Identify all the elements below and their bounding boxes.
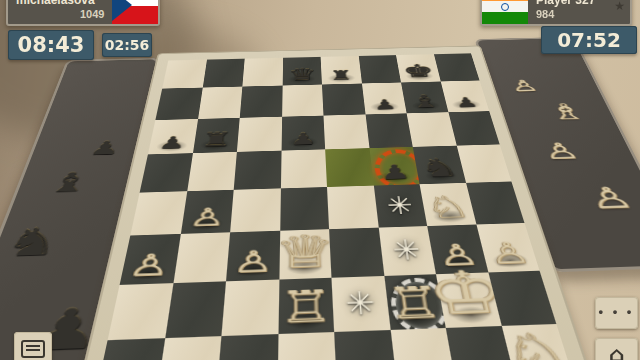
square-c5[interactable]	[234, 150, 281, 189]
game-screen: ♟♝♞♟ ♙♗♙♙ ♛♜♚♟♝♟♟♜♟♟♞♙✳♘♙♙♕✳♙♙♖✳♖♔♘ mich…	[0, 0, 640, 360]
black-pawn-f7[interactable]: ♟	[373, 98, 397, 112]
chat-icon	[21, 340, 45, 358]
black-pawn-h7[interactable]: ♟	[453, 95, 479, 109]
white-pawn-h3[interactable]: ♙	[485, 237, 532, 267]
piece-shadow	[286, 312, 325, 330]
czech-flag-icon	[112, 0, 158, 24]
white-queen-d3[interactable]: ♕	[274, 228, 337, 275]
square-c2[interactable]	[221, 279, 278, 336]
square-e4[interactable]	[327, 186, 378, 230]
square-f4[interactable]: ✳	[373, 184, 427, 228]
square-b5[interactable]	[187, 152, 237, 192]
piece-shadow	[288, 75, 316, 84]
square-f3[interactable]: ✳	[378, 226, 436, 275]
black-bishop-g7[interactable]: ♝	[409, 92, 442, 110]
piece-shadow	[396, 308, 437, 326]
player-rating-white: 1049	[80, 8, 104, 20]
piece-shadow	[327, 74, 355, 83]
square-b7[interactable]	[198, 87, 243, 119]
piece-shadow	[411, 101, 442, 111]
square-e8[interactable]: ♜	[321, 56, 362, 85]
black-pawn-f5[interactable]: ♟	[378, 162, 411, 183]
black-knight-g5[interactable]: ♞	[418, 155, 461, 181]
square-c6[interactable]	[237, 116, 282, 151]
chat-button[interactable]	[14, 332, 52, 360]
square-b6[interactable]: ♜	[193, 118, 240, 153]
square-g4[interactable]: ♘	[420, 183, 476, 226]
piece-shadow	[450, 306, 492, 324]
square-e2[interactable]: ✳	[331, 275, 390, 331]
move-indicator-star[interactable]: ✳	[373, 184, 427, 228]
square-g2[interactable]: ♔	[436, 272, 501, 328]
square-b8[interactable]	[202, 59, 244, 88]
square-d2[interactable]: ♖	[278, 277, 334, 334]
square-b1[interactable]	[155, 336, 221, 360]
captured-white-bishop: ♗	[545, 101, 589, 123]
player-name-white: michaelasova	[16, 0, 95, 7]
square-d7[interactable]	[282, 85, 324, 117]
move-indicator-star[interactable]: ✳	[378, 226, 436, 275]
black-queen-d8[interactable]: ♛	[288, 66, 317, 83]
player-rating-black: 984	[536, 8, 554, 20]
black-pawn-d6[interactable]: ♟	[290, 130, 316, 147]
move-indicator-star[interactable]: ✳	[331, 275, 390, 331]
square-a5[interactable]	[140, 153, 193, 193]
square-d8[interactable]: ♛	[282, 57, 322, 86]
black-rook-e8[interactable]: ♜	[329, 69, 353, 82]
black-king-g8[interactable]: ♚	[401, 62, 435, 80]
square-c3[interactable]: ♙	[226, 231, 280, 281]
square-f7[interactable]: ♟	[362, 83, 407, 115]
clock-main-black: 07:52	[541, 26, 637, 54]
clock-main-white: 08:43	[8, 30, 94, 60]
square-f2[interactable]: ♖	[384, 274, 446, 330]
player-panel-black[interactable]: Player 327 984 ★	[480, 0, 632, 26]
square-e6[interactable]	[323, 114, 369, 149]
square-a6[interactable]: ♟	[148, 119, 198, 155]
square-c8[interactable]	[242, 58, 282, 87]
piece-shadow	[234, 261, 271, 277]
captured-white-pawn: ♙	[539, 139, 581, 162]
player-panel-white[interactable]: michaelasova 1049	[6, 0, 160, 26]
captured-white-pawn: ♙	[584, 183, 638, 213]
table-plane: ♟♝♞♟ ♙♗♙♙ ♛♜♚♟♝♟♟♜♟♟♞♙✳♘♙♙♕✳♙♙♖✳♖♔♘	[94, 53, 576, 360]
black-pawn-a6[interactable]: ♟	[158, 134, 187, 151]
square-d6[interactable]: ♟	[281, 115, 325, 150]
square-a3[interactable]: ♙	[120, 234, 181, 284]
square-c1[interactable]	[216, 334, 278, 360]
square-f5[interactable]: ♟	[369, 147, 420, 186]
piece-shadow	[432, 209, 469, 223]
player-name-black: Player 327	[536, 0, 595, 7]
home-button[interactable]: ⌂	[595, 338, 638, 360]
square-g1[interactable]	[446, 326, 517, 360]
white-pawn-a3[interactable]: ♙	[127, 249, 173, 280]
white-rook-f2[interactable]: ♖	[384, 280, 445, 325]
piece-shadow	[287, 260, 324, 276]
piece-shadow	[405, 72, 434, 81]
star-icon: ★	[614, 0, 625, 13]
square-b3[interactable]	[173, 233, 230, 283]
piece-shadow	[451, 100, 482, 110]
selected-ring-indicator	[388, 277, 452, 334]
piece-shadow	[155, 140, 188, 151]
square-b2[interactable]	[165, 281, 226, 338]
square-a8[interactable]	[162, 60, 206, 89]
captured-black-bishop: ♝	[45, 169, 93, 197]
piece-shadow	[491, 253, 531, 269]
piece-shadow	[440, 255, 479, 271]
square-e1[interactable]	[334, 330, 397, 360]
captured-black-knight: ♞	[0, 223, 65, 263]
piece-shadow	[370, 102, 400, 112]
square-a7[interactable]	[155, 88, 202, 120]
square-a2[interactable]	[108, 283, 173, 340]
square-d1[interactable]	[277, 332, 337, 360]
white-king-g2[interactable]: ♔	[424, 262, 512, 323]
square-f8[interactable]	[358, 55, 401, 84]
white-rook-d2[interactable]: ♖	[278, 284, 334, 329]
square-c7[interactable]	[240, 86, 282, 118]
clock-move-white: 02:56	[102, 33, 152, 57]
piece-shadow	[379, 170, 413, 183]
square-f6[interactable]	[365, 113, 413, 148]
more-options-button[interactable]: • • •	[595, 297, 638, 329]
home-icon: ⌂	[609, 342, 625, 360]
captured-black-pawn: ♟	[88, 138, 122, 157]
square-e5[interactable]	[325, 148, 373, 187]
square-e3[interactable]	[329, 228, 384, 277]
piece-shadow	[288, 137, 319, 148]
square-d5[interactable]	[280, 149, 327, 188]
square-g3[interactable]: ♙	[427, 225, 488, 274]
square-d3[interactable]: ♕	[279, 229, 332, 279]
piece-shadow	[424, 169, 458, 182]
black-rook-b6[interactable]: ♜	[199, 130, 232, 150]
white-pawn-g3[interactable]: ♙	[436, 239, 481, 270]
captured-white-pawn: ♙	[508, 77, 540, 93]
white-pawn-c3[interactable]: ♙	[232, 246, 273, 277]
piece-shadow	[128, 265, 168, 281]
square-f1[interactable]	[390, 328, 457, 360]
piece-shadow	[199, 139, 231, 150]
square-e7[interactable]	[322, 84, 365, 116]
india-flag-icon	[482, 0, 528, 24]
